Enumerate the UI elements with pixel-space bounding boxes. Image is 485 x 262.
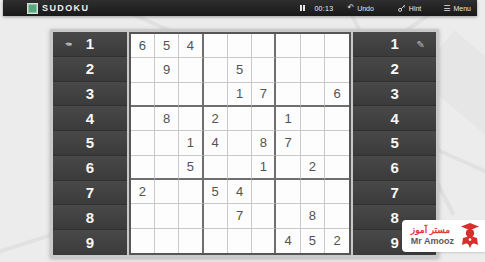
left-pad-9[interactable]: 9: [53, 230, 127, 255]
sudoku-cell-r1c8[interactable]: [301, 34, 325, 58]
sudoku-cell-r8c8[interactable]: 8: [301, 204, 325, 228]
sudoku-cell-r9c7[interactable]: 4: [276, 229, 300, 253]
left-pad-1[interactable]: 1✒: [53, 32, 127, 57]
sudoku-cell-r4c4[interactable]: 2: [204, 107, 228, 131]
sudoku-cell-r3c4[interactable]: [204, 83, 228, 107]
sudoku-cell-r2c5[interactable]: 5: [228, 58, 252, 82]
sudoku-cell-r6c8[interactable]: 2: [301, 156, 325, 180]
sudoku-cell-r5c9[interactable]: [325, 131, 349, 155]
pencil-icon: ✎: [417, 38, 425, 49]
left-pad-2[interactable]: 2: [53, 57, 127, 82]
sudoku-logo-icon: [27, 3, 38, 14]
sudoku-cell-r7c7[interactable]: [276, 180, 300, 204]
sudoku-cell-r7c6[interactable]: [252, 180, 276, 204]
pad-number: 3: [390, 85, 398, 102]
sudoku-cell-r5c3[interactable]: 1: [179, 131, 203, 155]
watermark: مستر آموز Mr Amooz: [402, 220, 485, 252]
sudoku-cell-r9c3[interactable]: [179, 229, 203, 253]
pad-number: 7: [390, 184, 398, 201]
sudoku-cell-r2c7[interactable]: [276, 58, 300, 82]
sudoku-cell-r7c8[interactable]: [301, 180, 325, 204]
app-title: SUDOKU: [42, 3, 89, 13]
hint-label: Hint: [409, 5, 421, 12]
right-pad-2[interactable]: 2: [353, 57, 436, 82]
right-pad-6[interactable]: 6: [353, 156, 436, 181]
sudoku-cell-r9c4[interactable]: [204, 229, 228, 253]
sudoku-cell-r7c4[interactable]: 5: [204, 180, 228, 204]
number-pad-left: 1✒23456789: [53, 32, 127, 255]
pad-number: 2: [86, 60, 94, 77]
sudoku-cell-r6c3[interactable]: 5: [179, 156, 203, 180]
sudoku-cell-r8c9[interactable]: [325, 204, 349, 228]
sudoku-cell-r8c1[interactable]: [131, 204, 155, 228]
sudoku-cell-r1c9[interactable]: [325, 34, 349, 58]
sudoku-cell-r9c5[interactable]: [228, 229, 252, 253]
sudoku-cell-r5c2[interactable]: [155, 131, 179, 155]
sudoku-cell-r1c4[interactable]: [204, 34, 228, 58]
sudoku-cell-r3c2[interactable]: [155, 83, 179, 107]
timer-display: 00:13: [314, 5, 333, 12]
sudoku-cell-r8c2[interactable]: [155, 204, 179, 228]
sudoku-cell-r2c6[interactable]: [252, 58, 276, 82]
sudoku-cell-r1c7[interactable]: [276, 34, 300, 58]
sudoku-cell-r6c6[interactable]: 1: [252, 156, 276, 180]
sudoku-cell-r6c9[interactable]: [325, 156, 349, 180]
right-pad-5[interactable]: 5: [353, 131, 436, 156]
left-pad-5[interactable]: 5: [53, 131, 127, 156]
pad-number: 5: [390, 134, 398, 151]
sudoku-cell-r4c3[interactable]: [179, 107, 203, 131]
sudoku-cell-r6c1[interactable]: [131, 156, 155, 180]
menu-label: Menu: [453, 5, 471, 12]
pad-number: 4: [390, 110, 398, 127]
sudoku-cell-r7c2[interactable]: [155, 180, 179, 204]
sudoku-cell-r2c2[interactable]: 9: [155, 58, 179, 82]
sudoku-cell-r1c2[interactable]: 5: [155, 34, 179, 58]
sudoku-cell-r8c6[interactable]: [252, 204, 276, 228]
sudoku-grid: 65495176821148751225478452: [129, 32, 351, 255]
sudoku-cell-r1c1[interactable]: 6: [131, 34, 155, 58]
sudoku-cell-r3c3[interactable]: [179, 83, 203, 107]
watermark-mascot-logo: [460, 223, 480, 249]
sudoku-cell-r7c1[interactable]: 2: [131, 180, 155, 204]
left-pad-8[interactable]: 8: [53, 205, 127, 230]
sudoku-cell-r8c5[interactable]: 7: [228, 204, 252, 228]
sudoku-cell-r5c5[interactable]: [228, 131, 252, 155]
sudoku-cell-r6c7[interactable]: [276, 156, 300, 180]
sudoku-cell-r2c1[interactable]: [131, 58, 155, 82]
sudoku-cell-r8c7[interactable]: [276, 204, 300, 228]
sudoku-cell-r5c4[interactable]: 4: [204, 131, 228, 155]
sudoku-cell-r4c9[interactable]: [325, 107, 349, 131]
sudoku-cell-r9c1[interactable]: [131, 229, 155, 253]
menu-icon: ☰: [443, 4, 450, 13]
sudoku-cell-r2c9[interactable]: [325, 58, 349, 82]
sudoku-cell-r1c6[interactable]: [252, 34, 276, 58]
pen-icon: ✒: [64, 38, 72, 49]
sudoku-cell-r4c6[interactable]: [252, 107, 276, 131]
watermark-persian-text: مستر آموز: [411, 225, 450, 236]
sudoku-cell-r5c8[interactable]: [301, 131, 325, 155]
left-pad-3[interactable]: 3: [53, 82, 127, 107]
top-bar: SUDOKU 00:13 ↶ Undo Hint ☰ Menu: [3, 0, 477, 16]
sudoku-cell-r1c3[interactable]: 4: [179, 34, 203, 58]
sudoku-cell-r7c3[interactable]: [179, 180, 203, 204]
undo-icon: ↶: [347, 4, 354, 12]
sudoku-cell-r5c7[interactable]: 7: [276, 131, 300, 155]
undo-label: Undo: [357, 5, 374, 12]
undo-button[interactable]: ↶ Undo: [347, 4, 373, 12]
hint-button[interactable]: Hint: [398, 4, 421, 12]
sudoku-cell-r7c5[interactable]: 4: [228, 180, 252, 204]
sudoku-cell-r6c2[interactable]: [155, 156, 179, 180]
pad-number: 9: [86, 234, 94, 251]
pad-number: 3: [86, 85, 94, 102]
sudoku-cell-r4c1[interactable]: [131, 107, 155, 131]
pause-button[interactable]: [300, 5, 306, 11]
sudoku-cell-r9c9[interactable]: 2: [325, 229, 349, 253]
left-pad-7[interactable]: 7: [53, 181, 127, 206]
app-logo: SUDOKU: [27, 3, 89, 14]
pad-number: 8: [390, 209, 398, 226]
menu-button[interactable]: ☰ Menu: [443, 4, 471, 13]
sudoku-cell-r5c6[interactable]: 8: [252, 131, 276, 155]
right-pad-1[interactable]: 1✎: [353, 32, 436, 57]
left-pad-6[interactable]: 6: [53, 156, 127, 181]
sudoku-cell-r4c8[interactable]: [301, 107, 325, 131]
pad-number: 6: [390, 159, 398, 176]
pad-number: 8: [86, 209, 94, 226]
sudoku-cell-r3c9[interactable]: 6: [325, 83, 349, 107]
sudoku-cell-r6c5[interactable]: [228, 156, 252, 180]
sudoku-cell-r8c4[interactable]: [204, 204, 228, 228]
pad-number: 1: [86, 35, 94, 52]
sudoku-cell-r2c3[interactable]: [179, 58, 203, 82]
sudoku-cell-r2c8[interactable]: [301, 58, 325, 82]
right-pad-4[interactable]: 4: [353, 106, 436, 131]
sudoku-cell-r3c7[interactable]: [276, 83, 300, 107]
pad-number: 6: [86, 159, 94, 176]
sudoku-cell-r8c3[interactable]: [179, 204, 203, 228]
sudoku-cell-r3c1[interactable]: [131, 83, 155, 107]
right-pad-3[interactable]: 3: [353, 82, 436, 107]
sudoku-cell-r6c4[interactable]: [204, 156, 228, 180]
sudoku-cell-r2c4[interactable]: [204, 58, 228, 82]
left-pad-4[interactable]: 4: [53, 106, 127, 131]
watermark-latin-text: Mr Amooz: [411, 236, 454, 247]
sudoku-cell-r1c5[interactable]: [228, 34, 252, 58]
sudoku-cell-r4c7[interactable]: 1: [276, 107, 300, 131]
sudoku-cell-r9c8[interactable]: 5: [301, 229, 325, 253]
right-pad-7[interactable]: 7: [353, 181, 436, 206]
pad-number: 5: [86, 134, 94, 151]
sudoku-cell-r3c8[interactable]: [301, 83, 325, 107]
hint-key-icon: [398, 4, 406, 12]
sudoku-cell-r4c2[interactable]: 8: [155, 107, 179, 131]
sudoku-cell-r7c9[interactable]: [325, 180, 349, 204]
sudoku-cell-r4c5[interactable]: [228, 107, 252, 131]
sudoku-cell-r3c6[interactable]: 7: [252, 83, 276, 107]
pad-number: 2: [390, 60, 398, 77]
sudoku-cell-r5c1[interactable]: [131, 131, 155, 155]
sudoku-cell-r3c5[interactable]: 1: [228, 83, 252, 107]
pad-number: 9: [390, 234, 398, 251]
pad-number: 4: [86, 110, 94, 127]
pad-number: 7: [86, 184, 94, 201]
pad-number: 1: [390, 35, 398, 52]
sudoku-cell-r9c6[interactable]: [252, 229, 276, 253]
sudoku-cell-r9c2[interactable]: [155, 229, 179, 253]
game-panel: 1✒23456789 65495176821148751225478452 1✎…: [50, 29, 439, 258]
